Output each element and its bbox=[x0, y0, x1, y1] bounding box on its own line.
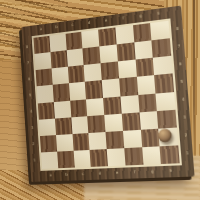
square-a1[interactable] bbox=[41, 152, 58, 169]
square-e6[interactable] bbox=[101, 62, 119, 81]
square-e2[interactable] bbox=[105, 131, 124, 149]
square-c1[interactable] bbox=[73, 150, 91, 168]
square-g2[interactable] bbox=[140, 128, 159, 147]
coordinate-mark: b bbox=[48, 24, 64, 32]
coordinate-mark: b bbox=[58, 172, 75, 178]
square-g6[interactable] bbox=[135, 58, 154, 77]
square-f6[interactable] bbox=[118, 60, 137, 79]
square-d1[interactable] bbox=[90, 149, 108, 167]
square-a7[interactable] bbox=[35, 52, 52, 70]
coordinate-mark: 5 bbox=[178, 73, 186, 91]
square-f3[interactable] bbox=[121, 112, 140, 131]
square-g8[interactable] bbox=[133, 23, 152, 42]
coordinate-mark: 1 bbox=[31, 153, 37, 170]
square-f1[interactable] bbox=[124, 147, 143, 165]
square-b1[interactable] bbox=[57, 151, 74, 169]
square-g4[interactable] bbox=[138, 93, 157, 112]
square-f4[interactable] bbox=[120, 95, 139, 114]
square-e8[interactable] bbox=[98, 28, 116, 47]
square-h6[interactable] bbox=[153, 56, 173, 75]
coordinate-mark: g bbox=[143, 169, 162, 176]
coordinate-mark: f bbox=[114, 15, 132, 23]
square-b7[interactable] bbox=[50, 50, 67, 68]
square-a5[interactable] bbox=[37, 85, 54, 103]
square-h7[interactable] bbox=[152, 38, 172, 58]
square-g3[interactable] bbox=[139, 111, 158, 130]
square-e3[interactable] bbox=[104, 113, 122, 131]
coordinate-mark: 6 bbox=[176, 55, 184, 73]
photo-scene: abcdefgh abcdefgh 87654321 87654321 bbox=[0, 0, 200, 200]
coordinate-mark: 2 bbox=[30, 136, 36, 153]
floor-plank-seam bbox=[193, 0, 195, 150]
coordinate-mark: 7 bbox=[25, 55, 31, 72]
square-e4[interactable] bbox=[103, 96, 121, 115]
square-g1[interactable] bbox=[142, 146, 161, 165]
square-a3[interactable] bbox=[39, 118, 56, 136]
coordinate-mark: e bbox=[97, 17, 114, 25]
coordinate-mark: 8 bbox=[24, 38, 30, 55]
coordinate-mark: 6 bbox=[26, 71, 32, 88]
coordinate-mark: 3 bbox=[181, 109, 189, 127]
coordinate-mark: 3 bbox=[29, 120, 35, 137]
coordinate-mark: 1 bbox=[184, 145, 192, 163]
coordinate-mark: 5 bbox=[27, 87, 33, 104]
coordinate-mark: a bbox=[33, 26, 49, 34]
board-inner-fillet bbox=[32, 18, 182, 170]
square-h3[interactable] bbox=[157, 109, 177, 128]
square-d4[interactable] bbox=[86, 98, 104, 116]
square-f5[interactable] bbox=[119, 77, 138, 96]
coordinate-mark: c bbox=[75, 171, 92, 178]
coordinate-mark: 2 bbox=[182, 127, 190, 145]
square-d2[interactable] bbox=[89, 132, 107, 150]
coordinate-mark: 8 bbox=[174, 19, 182, 37]
coordinate-mark: a bbox=[42, 173, 58, 179]
coordinate-mark: 4 bbox=[28, 103, 34, 120]
square-b5[interactable] bbox=[52, 84, 69, 102]
square-d7[interactable] bbox=[83, 47, 101, 66]
coordinate-mark: c bbox=[64, 22, 81, 30]
chess-board[interactable]: abcdefgh abcdefgh 87654321 87654321 bbox=[21, 6, 194, 182]
coordinate-mark: g bbox=[132, 12, 150, 20]
coordinate-mark: 7 bbox=[175, 37, 183, 55]
square-h5[interactable] bbox=[154, 74, 174, 93]
square-b6[interactable] bbox=[51, 67, 68, 85]
square-h4[interactable] bbox=[156, 92, 176, 111]
square-a4[interactable] bbox=[38, 102, 55, 120]
square-c8[interactable] bbox=[65, 32, 82, 51]
square-f2[interactable] bbox=[123, 130, 142, 148]
square-e1[interactable] bbox=[107, 148, 126, 166]
square-a8[interactable] bbox=[33, 36, 50, 54]
square-h1[interactable] bbox=[160, 145, 180, 164]
square-a2[interactable] bbox=[40, 135, 57, 152]
square-b3[interactable] bbox=[55, 117, 72, 135]
coordinate-mark: f bbox=[126, 169, 144, 176]
board-squares[interactable] bbox=[33, 21, 179, 169]
square-f8[interactable] bbox=[115, 25, 134, 44]
square-c7[interactable] bbox=[66, 48, 84, 66]
coordinate-mark: h bbox=[161, 168, 180, 175]
square-f7[interactable] bbox=[116, 43, 135, 62]
square-b8[interactable] bbox=[49, 34, 66, 52]
coordinate-mark: h bbox=[149, 10, 168, 19]
square-c2[interactable] bbox=[72, 133, 90, 151]
square-d3[interactable] bbox=[87, 115, 105, 133]
coordinate-mark: e bbox=[108, 170, 126, 177]
square-e5[interactable] bbox=[102, 79, 120, 98]
square-e7[interactable] bbox=[99, 45, 117, 64]
square-c6[interactable] bbox=[67, 65, 85, 83]
square-c4[interactable] bbox=[70, 99, 88, 117]
square-h8[interactable] bbox=[150, 21, 170, 41]
square-a6[interactable] bbox=[36, 69, 53, 87]
square-c5[interactable] bbox=[69, 82, 87, 100]
coordinate-mark: d bbox=[81, 19, 98, 27]
square-d5[interactable] bbox=[85, 80, 103, 98]
square-g7[interactable] bbox=[134, 40, 153, 59]
coordinate-mark: 4 bbox=[179, 91, 187, 109]
coordinate-mark: d bbox=[91, 171, 108, 178]
square-g5[interactable] bbox=[136, 75, 155, 94]
square-d6[interactable] bbox=[84, 63, 102, 82]
square-c3[interactable] bbox=[71, 116, 89, 134]
square-d8[interactable] bbox=[81, 30, 99, 49]
square-b4[interactable] bbox=[54, 100, 71, 118]
square-b2[interactable] bbox=[56, 134, 73, 152]
